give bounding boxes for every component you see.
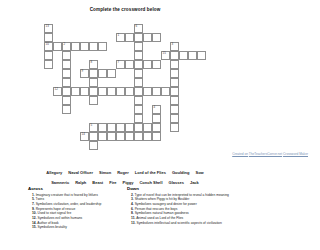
grid-empty [152, 51, 161, 60]
across-clues: Across 1. Imaginary creature that is fea… [28, 186, 127, 230]
grid-empty [161, 105, 170, 114]
word-bank-item: Glasses [169, 180, 184, 185]
grid-empty [44, 132, 53, 141]
grid-empty [161, 132, 170, 141]
grid-empty [161, 96, 170, 105]
grid-cell[interactable] [170, 114, 179, 123]
grid-cell[interactable] [143, 33, 152, 42]
grid-empty [53, 24, 62, 33]
grid-empty [80, 60, 89, 69]
clue-item: 3. Shatters when Piggy is hit by Boulder [131, 197, 234, 201]
grid-empty [161, 42, 170, 51]
grid-empty [152, 141, 161, 150]
grid-empty [107, 141, 116, 150]
grid-cell[interactable] [134, 132, 143, 141]
grid-empty [89, 114, 98, 123]
grid-cell[interactable] [71, 87, 80, 96]
grid-cell[interactable] [125, 33, 134, 42]
grid-cell[interactable] [170, 87, 179, 96]
clue-number: 9 [82, 70, 84, 73]
word-bank-item: Lord of the Flies [135, 170, 166, 175]
clue-item: 15. Symbolizes brutality [32, 225, 123, 229]
grid-cell[interactable] [116, 123, 125, 132]
grid-empty [188, 42, 197, 51]
crossword-grid: 1361102315879124514 [44, 24, 206, 150]
grid-cell[interactable] [134, 114, 143, 123]
grid-empty [53, 105, 62, 114]
grid-empty [161, 123, 170, 132]
grid-empty [143, 96, 152, 105]
grid-cell[interactable] [152, 87, 161, 96]
grid-empty [179, 96, 188, 105]
clue-number: 6 [136, 25, 138, 28]
grid-cell[interactable] [134, 42, 143, 51]
grid-cell[interactable] [134, 123, 143, 132]
grid-empty [152, 42, 161, 51]
grid-empty [53, 114, 62, 123]
grid-empty [179, 87, 188, 96]
grid-empty [143, 42, 152, 51]
word-bank-item: Fire [109, 180, 116, 185]
grid-empty [107, 33, 116, 42]
clue-number: 10 [46, 43, 49, 46]
word-bank-item: Conch Shell [139, 180, 162, 185]
grid-empty [89, 105, 98, 114]
grid-cell[interactable] [179, 51, 188, 60]
grid-empty [53, 69, 62, 78]
grid-cell[interactable] [44, 60, 53, 69]
clue-number: 2 [64, 43, 66, 46]
grid-empty [53, 96, 62, 105]
grid-cell[interactable]: 14 [80, 132, 89, 141]
grid-empty [197, 132, 206, 141]
grid-cell[interactable] [134, 105, 143, 114]
grid-empty [152, 78, 161, 87]
grid-empty [107, 105, 116, 114]
grid-empty [197, 60, 206, 69]
grid-empty [179, 123, 188, 132]
grid-cell[interactable] [170, 69, 179, 78]
clues-section: Across 1. Imaginary creature that is fea… [28, 186, 234, 230]
grid-empty [188, 33, 197, 42]
grid-empty [98, 96, 107, 105]
grid-empty [98, 114, 107, 123]
grid-cell[interactable] [107, 132, 116, 141]
grid-empty [53, 78, 62, 87]
grid-cell[interactable]: 10 [44, 42, 53, 51]
grid-cell[interactable] [98, 132, 107, 141]
grid-cell[interactable] [98, 69, 107, 78]
grid-empty [71, 33, 80, 42]
grid-empty [197, 69, 206, 78]
grid-empty [197, 87, 206, 96]
grid-cell[interactable] [53, 42, 62, 51]
grid-empty [62, 24, 71, 33]
grid-empty [98, 78, 107, 87]
grid-empty [188, 141, 197, 150]
grid-empty [116, 42, 125, 51]
clue-item: 7. Symbolizes civilization, order, and l… [32, 202, 123, 206]
grid-cell[interactable] [98, 42, 107, 51]
grid-cell[interactable] [125, 123, 134, 132]
grid-empty [125, 42, 134, 51]
grid-empty [125, 24, 134, 33]
grid-empty [179, 132, 188, 141]
clue-number: 12 [55, 88, 58, 91]
clue-number: 14 [82, 133, 85, 136]
word-bank-row-2: SamnericRalphBeastFirePiggyConch ShellGl… [0, 180, 250, 185]
grid-empty [179, 24, 188, 33]
grid-cell[interactable] [170, 123, 179, 132]
grid-empty [116, 105, 125, 114]
word-bank-item: Roger [117, 170, 129, 175]
grid-empty [125, 78, 134, 87]
grid-empty [179, 69, 188, 78]
word-bank-item: Beast [92, 180, 103, 185]
grid-empty [80, 141, 89, 150]
grid-empty [98, 141, 107, 150]
grid-empty [44, 69, 53, 78]
grid-cell[interactable]: 15 [161, 51, 170, 60]
down-list: 2. Type of novel that can be interpreted… [127, 193, 234, 225]
grid-cell[interactable] [143, 87, 152, 96]
grid-empty [125, 51, 134, 60]
grid-empty [197, 141, 206, 150]
grid-empty [116, 96, 125, 105]
word-bank-item: Piggy [123, 180, 134, 185]
grid-cell[interactable] [197, 51, 206, 60]
clue-number: 5 [91, 124, 93, 127]
grid-empty [143, 51, 152, 60]
grid-cell[interactable] [89, 96, 98, 105]
grid-cell[interactable] [134, 87, 143, 96]
clue-item: 9. Represents hope of rescue [32, 207, 123, 211]
crossword-grid-wrap: 1361102315879124514 [44, 24, 206, 150]
grid-cell[interactable] [44, 33, 53, 42]
grid-empty [71, 123, 80, 132]
grid-empty [53, 132, 62, 141]
grid-empty [179, 42, 188, 51]
clue-item: 11. Animal used as Lord of the Flies [131, 216, 234, 220]
page-title: Complete the crossword below [0, 7, 250, 12]
clue-number: 13 [46, 25, 49, 28]
grid-empty [53, 123, 62, 132]
grid-empty [161, 60, 170, 69]
grid-empty [107, 24, 116, 33]
grid-empty [179, 141, 188, 150]
grid-empty [44, 96, 53, 105]
grid-cell[interactable] [170, 105, 179, 114]
clue-number: 8 [91, 61, 93, 64]
grid-empty [170, 24, 179, 33]
grid-empty [179, 114, 188, 123]
grid-empty [107, 78, 116, 87]
grid-empty [116, 69, 125, 78]
grid-cell[interactable]: 12 [53, 87, 62, 96]
word-bank-item: Goulding [172, 170, 190, 175]
grid-empty [71, 60, 80, 69]
grid-empty [143, 24, 152, 33]
grid-cell[interactable] [116, 132, 125, 141]
attribution-prefix: Created on [232, 152, 248, 156]
grid-empty [116, 141, 125, 150]
grid-empty [188, 87, 197, 96]
clue-number: 3 [172, 43, 174, 46]
grid-cell[interactable] [134, 96, 143, 105]
grid-cell[interactable]: 8 [89, 60, 98, 69]
word-bank-item: Samneric [51, 180, 69, 185]
grid-cell[interactable] [188, 51, 197, 60]
grid-empty [161, 33, 170, 42]
grid-cell[interactable]: 3 [170, 42, 179, 51]
grid-cell[interactable] [143, 60, 152, 69]
grid-empty [188, 105, 197, 114]
grid-cell[interactable] [62, 78, 71, 87]
grid-empty [44, 114, 53, 123]
grid-empty [125, 141, 134, 150]
grid-empty [71, 132, 80, 141]
clue-item: 2. Type of novel that can be interpreted… [131, 193, 234, 197]
clue-number: 15 [163, 52, 166, 55]
grid-cell[interactable] [134, 51, 143, 60]
grid-cell[interactable] [98, 87, 107, 96]
grid-empty [53, 51, 62, 60]
grid-empty [170, 33, 179, 42]
grid-cell[interactable] [107, 87, 116, 96]
grid-empty [89, 51, 98, 60]
attribution-link[interactable]: TheTeachersCorner.net [249, 152, 250, 156]
grid-cell[interactable] [170, 96, 179, 105]
grid-empty [71, 78, 80, 87]
grid-empty [44, 123, 53, 132]
grid-cell[interactable] [62, 60, 71, 69]
grid-cell[interactable] [143, 123, 152, 132]
grid-cell[interactable] [125, 87, 134, 96]
grid-cell[interactable] [62, 105, 71, 114]
grid-cell[interactable] [152, 33, 161, 42]
word-bank-item: Naval Officer [68, 170, 93, 175]
grid-empty [134, 141, 143, 150]
grid-empty [71, 105, 80, 114]
clue-item: 1. Imaginary creature that is feared by … [32, 193, 123, 197]
grid-empty [62, 132, 71, 141]
grid-empty [188, 60, 197, 69]
grid-empty [188, 24, 197, 33]
clue-item: 6. Person that rescues the boys [131, 207, 234, 211]
grid-empty [80, 78, 89, 87]
grid-empty [116, 114, 125, 123]
grid-cell[interactable] [170, 60, 179, 69]
grid-empty [161, 69, 170, 78]
grid-empty [161, 141, 170, 150]
grid-empty [53, 60, 62, 69]
grid-cell[interactable] [152, 132, 161, 141]
grid-empty [107, 114, 116, 123]
grid-empty [161, 114, 170, 123]
grid-empty [188, 123, 197, 132]
grid-cell[interactable] [89, 132, 98, 141]
grid-cell[interactable] [62, 51, 71, 60]
grid-empty [179, 105, 188, 114]
grid-cell[interactable]: 4 [152, 105, 161, 114]
grid-cell[interactable]: 1 [116, 33, 125, 42]
grid-empty [197, 123, 206, 132]
clue-item: 14. Author of book [32, 221, 123, 225]
clue-item: 13. Symbolizes intellectual and scientif… [131, 221, 234, 225]
grid-empty [62, 33, 71, 42]
grid-cell[interactable] [152, 60, 161, 69]
clue-item: 10. Used to start signal fire [32, 211, 123, 215]
down-clues: Down 2. Type of novel that can be interp… [127, 186, 234, 230]
grid-cell[interactable]: 5 [89, 123, 98, 132]
grid-cell[interactable] [161, 87, 170, 96]
clue-item: 8. Symbolizes natural human goodness [131, 211, 234, 215]
word-bank-item: Simon [99, 170, 111, 175]
grid-cell[interactable] [152, 123, 161, 132]
grid-empty [80, 33, 89, 42]
grid-empty [188, 69, 197, 78]
grid-empty [152, 24, 161, 33]
grid-empty [107, 96, 116, 105]
grid-cell[interactable] [134, 33, 143, 42]
grid-empty [197, 33, 206, 42]
grid-empty [179, 78, 188, 87]
grid-cell[interactable] [62, 87, 71, 96]
grid-empty [179, 33, 188, 42]
grid-empty [62, 141, 71, 150]
grid-empty [143, 141, 152, 150]
grid-cell[interactable] [80, 87, 89, 96]
grid-empty [71, 24, 80, 33]
grid-cell[interactable] [143, 132, 152, 141]
grid-empty [44, 105, 53, 114]
grid-empty [161, 78, 170, 87]
grid-empty [152, 69, 161, 78]
attribution: Created on TheTeachersCorner.net Crosswo… [232, 152, 250, 156]
grid-empty [89, 33, 98, 42]
grid-empty [188, 114, 197, 123]
grid-cell[interactable] [89, 69, 98, 78]
grid-empty [116, 51, 125, 60]
grid-cell[interactable] [89, 87, 98, 96]
grid-cell[interactable] [170, 51, 179, 60]
grid-empty [107, 51, 116, 60]
grid-empty [143, 114, 152, 123]
grid-empty [161, 24, 170, 33]
grid-empty [80, 51, 89, 60]
grid-cell[interactable] [134, 69, 143, 78]
word-bank-item: Allegory [46, 170, 62, 175]
grid-empty [53, 141, 62, 150]
word-bank-item: Sow [195, 170, 203, 175]
grid-empty [107, 42, 116, 51]
grid-empty [188, 96, 197, 105]
grid-empty [71, 114, 80, 123]
grid-empty [125, 96, 134, 105]
grid-cell[interactable] [62, 69, 71, 78]
clue-item: 12. Symbolizes evil within humans [32, 216, 123, 220]
clue-item: 4. Symbolizes savagery and desire for po… [131, 202, 234, 206]
grid-empty [62, 114, 71, 123]
grid-cell[interactable]: 7 [116, 60, 125, 69]
grid-empty [125, 105, 134, 114]
grid-empty [44, 78, 53, 87]
grid-cell[interactable] [107, 123, 116, 132]
grid-cell[interactable] [116, 87, 125, 96]
grid-empty [44, 87, 53, 96]
grid-empty [44, 141, 53, 150]
word-bank-item: Jack [190, 180, 199, 185]
clue-item: 5. Twins [32, 197, 123, 201]
grid-cell[interactable] [62, 96, 71, 105]
grid-cell[interactable] [107, 69, 116, 78]
clue-number: 4 [154, 106, 156, 109]
grid-empty [98, 33, 107, 42]
grid-empty [62, 123, 71, 132]
grid-cell[interactable] [125, 60, 134, 69]
grid-cell[interactable] [98, 123, 107, 132]
grid-cell[interactable] [170, 78, 179, 87]
grid-empty [188, 78, 197, 87]
grid-empty [179, 60, 188, 69]
grid-empty [80, 105, 89, 114]
grid-empty [98, 105, 107, 114]
grid-cell[interactable] [89, 78, 98, 87]
grid-empty [107, 60, 116, 69]
grid-empty [197, 24, 206, 33]
grid-cell[interactable] [89, 42, 98, 51]
grid-empty [80, 24, 89, 33]
grid-empty [116, 78, 125, 87]
grid-cell[interactable]: 13 [44, 24, 53, 33]
grid-cell[interactable] [71, 42, 80, 51]
grid-cell[interactable] [134, 60, 143, 69]
grid-empty [143, 105, 152, 114]
grid-empty [71, 51, 80, 60]
across-header: Across [28, 186, 123, 191]
grid-cell[interactable]: 6 [134, 24, 143, 33]
grid-empty [188, 132, 197, 141]
grid-cell[interactable] [80, 42, 89, 51]
grid-empty [53, 33, 62, 42]
grid-empty [80, 96, 89, 105]
grid-cell[interactable] [134, 78, 143, 87]
grid-empty [71, 69, 80, 78]
grid-empty [98, 24, 107, 33]
grid-empty [71, 96, 80, 105]
grid-empty [89, 24, 98, 33]
grid-empty [152, 96, 161, 105]
word-bank-item: Ralph [75, 180, 86, 185]
grid-empty [197, 78, 206, 87]
grid-empty [116, 24, 125, 33]
grid-cell[interactable]: 2 [62, 42, 71, 51]
grid-cell[interactable] [152, 114, 161, 123]
grid-empty [143, 78, 152, 87]
grid-empty [197, 96, 206, 105]
grid-cell[interactable] [44, 51, 53, 60]
grid-empty [170, 132, 179, 141]
grid-empty [71, 141, 80, 150]
grid-empty [125, 114, 134, 123]
grid-cell[interactable] [89, 141, 98, 150]
grid-cell[interactable]: 9 [80, 69, 89, 78]
grid-empty [80, 123, 89, 132]
grid-cell[interactable] [125, 132, 134, 141]
clue-number: 1 [118, 34, 120, 37]
grid-empty [80, 114, 89, 123]
across-list: 1. Imaginary creature that is feared by … [28, 193, 123, 230]
